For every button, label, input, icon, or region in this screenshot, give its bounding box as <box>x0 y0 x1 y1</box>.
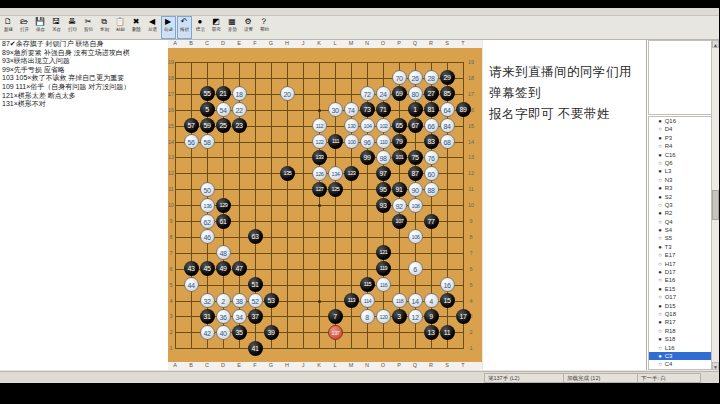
toolbar-button-设置[interactable]: ⚙ 设置 <box>241 16 256 39</box>
black-stone-41[interactable]: 41 <box>248 341 263 356</box>
tree-item-C3[interactable]: ● C3 <box>649 352 712 360</box>
white-stone-22[interactable]: 22 <box>232 102 247 117</box>
title-mini-icons[interactable]: ▣◻▤◈▥◧▦◨▧◩▨◪▩⊞⊟⊠▱▰◫⊡▭▯◱◰▶⚑✦ <box>0 8 351 16</box>
black-stone-43[interactable]: 43 <box>184 261 199 276</box>
move-number: 60 <box>425 167 438 182</box>
tree-item-P3[interactable]: ● P3 <box>649 134 712 142</box>
move-annotation: 131×棋形不对 <box>0 100 168 109</box>
move-number: 90 <box>409 183 422 198</box>
move-annotation: 93×联络出现立入问题 <box>0 57 168 66</box>
move-number: 54 <box>217 103 230 118</box>
tree-item-C4[interactable]: ○ C4 <box>649 360 712 368</box>
black-move-icon: ● <box>657 352 663 360</box>
black-stone-55[interactable]: 55 <box>200 86 215 101</box>
row-number-left: 8 <box>167 234 175 240</box>
white-stone-92[interactable]: 92 <box>392 198 407 213</box>
column-letter: A <box>170 362 180 368</box>
toolbar-button-剪切[interactable]: ✂ 剪切 <box>81 16 96 39</box>
tree-item-S18[interactable]: ● S18 <box>649 335 712 343</box>
move-annotation: 87✔余存旗子 封锁门户 联络自身 <box>0 40 168 49</box>
white-stone-106[interactable]: 106 <box>408 229 423 244</box>
broadcast-message-panel: 请来到直播间的同学们用弹幕签到 报名字即可 不要带姓 <box>483 40 646 370</box>
move-number: 65 <box>392 118 407 133</box>
move-number: 51 <box>248 277 263 292</box>
message-line-2: 报名字即可 不要带姓 <box>489 104 644 125</box>
tree-item-R18[interactable]: ○ R18 <box>649 327 712 335</box>
black-stone-45[interactable]: 45 <box>200 261 215 276</box>
move-number: 102 <box>377 120 389 134</box>
move-number: 32 <box>201 294 214 309</box>
toolbar-button-后退[interactable]: ◀ 后退 <box>145 16 160 39</box>
white-stone-56[interactable]: 56 <box>184 134 199 149</box>
column-letter: P <box>394 40 404 46</box>
toolbar-button-另存[interactable]: 🖫 另存 <box>49 16 64 39</box>
black-stone-93[interactable]: 93 <box>376 198 391 213</box>
white-stone-80[interactable]: 80 <box>408 86 423 101</box>
black-stone-21[interactable]: 21 <box>216 86 231 101</box>
black-stone-35[interactable]: 35 <box>232 325 247 340</box>
black-stone-29[interactable]: 29 <box>440 70 455 85</box>
white-stone-104[interactable]: 104 <box>360 118 375 133</box>
white-stone-62[interactable]: 62 <box>200 214 215 229</box>
column-letter: C <box>202 40 212 46</box>
toolbar-label: 另存 <box>50 27 62 32</box>
row-number-right: 2 <box>467 329 475 335</box>
move-annotation: 99×先手亏损 应省略 <box>0 66 168 75</box>
move-number: 17 <box>456 309 471 324</box>
black-stone-81[interactable]: 81 <box>424 102 439 117</box>
black-stone-97[interactable]: 97 <box>376 166 391 181</box>
black-stone-123[interactable]: 123 <box>344 166 359 181</box>
white-stone-130[interactable]: 130 <box>344 118 359 133</box>
column-letter: N <box>362 362 372 368</box>
black-stone-17[interactable]: 17 <box>456 309 471 324</box>
move-number: 135 <box>280 166 294 180</box>
row-number-left: 10 <box>167 202 175 208</box>
toolbar-label: 粘贴 <box>114 27 126 32</box>
toolbar-button-研究[interactable]: ◩ 研究 <box>209 16 224 39</box>
move-number: 13 <box>424 325 439 340</box>
white-stone-88[interactable]: 88 <box>424 182 439 197</box>
column-letter: C <box>202 362 212 368</box>
current-stone-137[interactable]: 137 <box>328 325 343 340</box>
white-stone-60[interactable]: 60 <box>424 166 439 181</box>
go-board[interactable]: ABCDEFGHJKLMNOPQRST 19191818171716161515… <box>168 40 482 370</box>
status-move: 第137手 (L2) <box>484 373 564 383</box>
tree-scrollbar[interactable]: ▲ ▼ <box>711 40 719 370</box>
black-stone-9[interactable]: 9 <box>424 309 439 324</box>
toolbar-button-新建[interactable]: 🗋 新建 <box>1 16 16 39</box>
column-letter: E <box>234 362 244 368</box>
row-number-left: 13 <box>167 154 175 160</box>
black-stone-37[interactable]: 37 <box>248 309 263 324</box>
toolbar-label: 帮助 <box>258 27 270 32</box>
move-tree-panel: ● Q16○ D4● P3○ R4● C16○ Q6● L3○ N3● R3● … <box>646 40 719 370</box>
black-stone-125[interactable]: 125 <box>328 182 343 197</box>
row-number-left: 7 <box>167 250 175 256</box>
move-number: 29 <box>440 70 455 85</box>
tree-item-R2[interactable]: ● R2 <box>649 209 712 217</box>
move-annotation: 103 105×救了不该救 弃掉自己更为重要 <box>0 74 168 83</box>
message-line-1: 请来到直播间的同学们用弹幕签到 <box>489 62 644 104</box>
star-point <box>318 300 321 303</box>
tree-item-D4[interactable]: ○ D4 <box>649 125 712 133</box>
white-stone-54[interactable]: 54 <box>216 102 231 117</box>
white-stone-126[interactable]: 126 <box>312 166 327 181</box>
white-stone-16[interactable]: 16 <box>440 277 455 292</box>
column-letter: G <box>266 362 276 368</box>
tree-item-N3[interactable]: ○ N3 <box>649 176 712 184</box>
black-stone-15[interactable]: 15 <box>440 293 455 308</box>
move-tree-list[interactable]: ● Q16○ D4● P3○ R4● C16○ Q6● L3○ N3● R3● … <box>648 116 713 370</box>
column-letter: H <box>282 40 292 46</box>
black-stone-73[interactable]: 73 <box>360 102 375 117</box>
white-stone-70[interactable]: 70 <box>392 70 407 85</box>
white-stone-120[interactable]: 120 <box>376 309 391 324</box>
toolbar-button-前进[interactable]: ▶ 前进 <box>161 16 176 39</box>
row-number-left: 2 <box>167 329 175 335</box>
black-stone-51[interactable]: 51 <box>248 277 263 292</box>
board-coords-bottom: ABCDEFGHJKLMNOPQRST <box>168 362 482 370</box>
tree-item-R3[interactable]: ● R3 <box>649 184 712 192</box>
row-number-right: 1 <box>467 345 475 351</box>
white-stone-36[interactable]: 36 <box>216 309 231 324</box>
white-stone-42[interactable]: 42 <box>200 325 215 340</box>
white-stone-112[interactable]: 112 <box>312 118 327 133</box>
move-number: 50 <box>201 183 214 198</box>
tree-item-S5[interactable]: ○ S5 <box>649 234 712 242</box>
white-stone-58[interactable]: 58 <box>200 134 215 149</box>
white-stone-108[interactable]: 108 <box>408 198 423 213</box>
row-number-left: 17 <box>167 91 175 97</box>
black-move-icon: ● <box>657 151 663 159</box>
white-stone-28[interactable]: 28 <box>424 70 439 85</box>
white-stone-34[interactable]: 34 <box>232 309 247 324</box>
black-stone-69[interactable]: 69 <box>392 86 407 101</box>
white-stone-30[interactable]: 30 <box>328 102 343 117</box>
move-number: 34 <box>233 310 246 325</box>
black-stone-31[interactable]: 31 <box>200 309 215 324</box>
black-stone-11[interactable]: 11 <box>440 325 455 340</box>
column-letter: P <box>394 362 404 368</box>
white-stone-8[interactable]: 8 <box>360 309 375 324</box>
toolbar-button-粘贴[interactable]: 📋 粘贴 <box>113 16 128 39</box>
white-stone-72[interactable]: 72 <box>360 86 375 101</box>
move-number: 21 <box>216 86 231 101</box>
column-letter: A <box>170 40 180 46</box>
toolbar-button-打印[interactable]: 🖶 打印 <box>65 16 80 39</box>
toolbar-label: 复制 <box>98 27 110 32</box>
black-stone-79[interactable]: 79 <box>392 134 407 149</box>
move-number: 59 <box>200 118 215 133</box>
tree-item-S2[interactable]: ● S2 <box>649 193 712 201</box>
move-number: 12 <box>409 310 422 325</box>
white-stone-136[interactable]: 136 <box>200 198 215 213</box>
black-stone-5[interactable]: 5 <box>200 102 215 117</box>
column-letter: S <box>442 362 452 368</box>
white-stone-14[interactable]: 14 <box>408 293 423 308</box>
black-stone-101[interactable]: 101 <box>392 150 407 165</box>
tree-item-L16[interactable]: ○ L16 <box>649 344 712 352</box>
white-stone-96[interactable]: 96 <box>360 134 375 149</box>
black-stone-129[interactable]: 129 <box>216 198 231 213</box>
black-stone-75[interactable]: 75 <box>408 150 423 165</box>
black-stone-133[interactable]: 133 <box>312 150 327 165</box>
black-stone-83[interactable]: 83 <box>424 134 439 149</box>
black-stone-3[interactable]: 3 <box>392 309 407 324</box>
tree-item-D17[interactable]: ● D17 <box>649 268 712 276</box>
toolbar-button-保存[interactable]: 💾 保存 <box>33 16 48 39</box>
white-stone-6[interactable]: 6 <box>408 261 423 276</box>
move-number: 69 <box>392 86 407 101</box>
tree-item-Q6[interactable]: ○ Q6 <box>649 159 712 167</box>
toolbar-label: 删除 <box>130 27 142 32</box>
black-stone-113[interactable]: 113 <box>344 293 359 308</box>
move-annotation: 121×棋形太差 断点太多 <box>0 92 168 101</box>
move-number: 121 <box>376 246 390 260</box>
toolbar: 🗋 新建🗁 打开💾 保存🖫 另存🖶 打印✂ 剪切⧉ 复制📋 粘贴✖ 删除◀ <box>0 16 719 40</box>
scroll-down-icon[interactable]: ▼ <box>712 362 719 370</box>
scrollbar-thumb[interactable] <box>712 190 719 220</box>
app-window: ▣◻▤◈▥◧▦◨▧◩▨◪▩⊞⊟⊠▱▰◫⊡▭▯◱◰▶⚑✦ 🗋 新建🗁 打开💾 保存… <box>0 8 719 373</box>
white-stone-68[interactable]: 68 <box>440 134 455 149</box>
tree-item-E17[interactable]: ○ E17 <box>649 251 712 259</box>
column-letter: O <box>378 362 388 368</box>
white-stone-84[interactable]: 84 <box>440 118 455 133</box>
move-number: 48 <box>217 246 230 261</box>
black-stone-27[interactable]: 27 <box>424 86 439 101</box>
tree-item-Q4[interactable]: ○ Q4 <box>649 218 712 226</box>
white-stone-40[interactable]: 40 <box>216 325 231 340</box>
toolbar-button-复制[interactable]: ⧉ 复制 <box>97 16 112 39</box>
toolbar-label: 形势 <box>226 27 238 32</box>
white-stone-52[interactable]: 52 <box>248 293 263 308</box>
white-stone-46[interactable]: 46 <box>200 229 215 244</box>
black-stone-121[interactable]: 121 <box>376 245 391 260</box>
toolbar-label: 研究 <box>210 27 222 32</box>
row-number-left: 6 <box>167 266 175 272</box>
toolbar-label: 打开 <box>18 27 30 32</box>
black-stone-7[interactable]: 7 <box>328 309 343 324</box>
white-stone-18[interactable]: 18 <box>232 86 247 101</box>
white-stone-102[interactable]: 102 <box>376 118 391 133</box>
move-annotation: 109 111×俗手（自身有问题 对方没问题） <box>0 83 168 92</box>
black-stone-95[interactable]: 95 <box>376 182 391 197</box>
tree-item-R4[interactable]: ○ R4 <box>649 142 712 150</box>
tree-item-H17[interactable]: ○ H17 <box>649 260 712 268</box>
move-number: 122 <box>313 136 325 150</box>
white-stone-50[interactable]: 50 <box>200 182 215 197</box>
row-number-left: 15 <box>167 123 175 129</box>
move-number: 129 <box>216 198 230 212</box>
black-stone-67[interactable]: 67 <box>408 118 423 133</box>
black-stone-63[interactable]: 63 <box>248 229 263 244</box>
move-number: 16 <box>441 278 454 293</box>
white-stone-110[interactable]: 110 <box>376 134 391 149</box>
black-stone-99[interactable]: 99 <box>360 150 375 165</box>
move-number: 67 <box>408 118 423 133</box>
black-stone-87[interactable]: 87 <box>408 166 423 181</box>
move-number: 134 <box>329 167 341 181</box>
row-number-left: 1 <box>167 345 175 351</box>
move-number: 1 <box>408 102 423 117</box>
white-move-icon: ○ <box>657 218 663 226</box>
column-letter: B <box>186 40 196 46</box>
tree-item-E15[interactable]: ● E15 <box>649 285 712 293</box>
move-number: 123 <box>344 166 358 180</box>
white-stone-2[interactable]: 2 <box>216 293 231 308</box>
white-stone-12[interactable]: 12 <box>408 309 423 324</box>
white-stone-44[interactable]: 44 <box>184 277 199 292</box>
move-number: 24 <box>377 87 390 102</box>
move-number: 35 <box>232 325 247 340</box>
toolbar-button-打开[interactable]: 🗁 打开 <box>17 16 32 39</box>
column-letter: N <box>362 40 372 46</box>
white-move-icon: ○ <box>657 125 663 133</box>
move-number: 72 <box>361 87 374 102</box>
move-number: 45 <box>200 261 215 276</box>
black-stone-39[interactable]: 39 <box>264 325 279 340</box>
white-stone-116[interactable]: 116 <box>376 277 391 292</box>
move-number: 106 <box>409 231 421 245</box>
move-number: 61 <box>216 214 231 229</box>
black-stone-127[interactable]: 127 <box>312 182 327 197</box>
white-stone-32[interactable]: 32 <box>200 293 215 308</box>
move-number: 85 <box>440 86 455 101</box>
row-number-left: 16 <box>167 107 175 113</box>
move-number: 22 <box>233 103 246 118</box>
black-stone-91[interactable]: 91 <box>392 182 407 197</box>
black-stone-59[interactable]: 59 <box>200 118 215 133</box>
white-stone-118[interactable]: 118 <box>392 293 407 308</box>
star-point <box>318 109 321 112</box>
toolbar-label: 设置 <box>242 27 254 32</box>
move-number: 37 <box>248 309 263 324</box>
move-number: 38 <box>233 294 246 309</box>
white-stone-4[interactable]: 4 <box>424 293 439 308</box>
white-stone-38[interactable]: 38 <box>232 293 247 308</box>
tree-item-R17[interactable]: ● R17 <box>649 318 712 326</box>
white-stone-48[interactable]: 48 <box>216 245 231 260</box>
white-stone-122[interactable]: 122 <box>312 134 327 149</box>
toolbar-label: 打印 <box>66 27 78 32</box>
white-stone-66[interactable]: 66 <box>424 118 439 133</box>
row-number-right: 7 <box>467 250 475 256</box>
annotation-panel[interactable]: 87✔余存旗子 封锁门户 联络自身89×急所要紧 补强自身 没有立场进攻白棋93… <box>0 40 169 370</box>
tree-item-Q16[interactable]: ● Q16 <box>649 117 712 125</box>
move-number: 101 <box>392 150 406 164</box>
white-move-icon: ○ <box>657 159 663 167</box>
move-number: 63 <box>248 229 263 244</box>
black-stone-85[interactable]: 85 <box>440 86 455 101</box>
tree-item-L3[interactable]: ● L3 <box>649 167 712 175</box>
white-stone-74[interactable]: 74 <box>344 102 359 117</box>
black-stone-61[interactable]: 61 <box>216 214 231 229</box>
black-stone-47[interactable]: 47 <box>232 261 247 276</box>
white-stone-90[interactable]: 90 <box>408 182 423 197</box>
tree-item-E16[interactable]: ○ E16 <box>649 276 712 284</box>
black-stone-23[interactable]: 23 <box>232 118 247 133</box>
tree-item-D15[interactable]: ● D15 <box>649 302 712 310</box>
scroll-up-icon[interactable]: ▲ <box>712 40 719 48</box>
white-stone-24[interactable]: 24 <box>376 86 391 101</box>
move-number: 27 <box>424 86 439 101</box>
move-number: 2 <box>217 294 230 309</box>
column-letter: T <box>458 362 468 368</box>
black-stone-115[interactable]: 115 <box>360 277 375 292</box>
tree-item-Q18[interactable]: ○ Q18 <box>649 310 712 318</box>
toolbar-button-悔棋[interactable]: ↶ 悔棋 <box>177 16 192 39</box>
tree-item-O17[interactable]: ○ O17 <box>649 293 712 301</box>
move-number: 6 <box>409 262 422 277</box>
move-number: 39 <box>264 325 279 340</box>
grid-line-h <box>175 285 464 286</box>
move-number: 110 <box>377 136 389 150</box>
black-stone-111[interactable]: 111 <box>328 134 343 149</box>
title-bar: ▣◻▤◈▥◧▦◨▧◩▨◪▩⊞⊟⊠▱▰◫⊡▭▯◱◰▶⚑✦ <box>0 8 719 16</box>
toolbar-button-帮助[interactable]: ？ 帮助 <box>257 16 272 39</box>
white-move-icon: ○ <box>657 276 663 284</box>
white-stone-114[interactable]: 114 <box>360 293 375 308</box>
white-stone-20[interactable]: 20 <box>280 86 295 101</box>
move-number: 43 <box>184 261 199 276</box>
white-stone-26[interactable]: 26 <box>408 70 423 85</box>
white-stone-100[interactable]: 100 <box>344 134 359 149</box>
white-stone-64[interactable]: 64 <box>440 102 455 117</box>
black-move-icon: ● <box>657 285 663 293</box>
toolbar-button-删除[interactable]: ✖ 删除 <box>129 16 144 39</box>
black-stone-89[interactable]: 89 <box>456 102 471 117</box>
move-number: 118 <box>393 295 405 309</box>
row-number-left: 4 <box>167 298 175 304</box>
black-stone-49[interactable]: 49 <box>216 261 231 276</box>
black-stone-71[interactable]: 71 <box>376 102 391 117</box>
move-number: 83 <box>424 134 439 149</box>
white-stone-134[interactable]: 134 <box>328 166 343 181</box>
tree-item-Q3[interactable]: ○ Q3 <box>649 201 712 209</box>
move-number: 95 <box>376 182 391 197</box>
black-stone-65[interactable]: 65 <box>392 118 407 133</box>
column-letter: R <box>426 362 436 368</box>
tree-item-C16[interactable]: ● C16 <box>649 151 712 159</box>
toolbar-button-形势[interactable]: ▦ 形势 <box>225 16 240 39</box>
white-stone-98[interactable]: 98 <box>376 150 391 165</box>
tree-item-S4[interactable]: ● S4 <box>649 226 712 234</box>
toolbar-label: 新建 <box>2 27 14 32</box>
black-stone-135[interactable]: 135 <box>280 166 295 181</box>
move-number: 28 <box>425 71 438 86</box>
move-number: 133 <box>312 150 326 164</box>
tree-item-T3[interactable]: ● T3 <box>649 243 712 251</box>
black-stone-57[interactable]: 57 <box>184 118 199 133</box>
black-stone-13[interactable]: 13 <box>424 325 439 340</box>
toolbar-button-提示[interactable]: ● 提示 <box>193 16 208 39</box>
move-number: 47 <box>232 261 247 276</box>
row-number-left: 14 <box>167 139 175 145</box>
black-stone-77[interactable]: 77 <box>424 214 439 229</box>
black-stone-1[interactable]: 1 <box>408 102 423 117</box>
black-stone-119[interactable]: 119 <box>376 261 391 276</box>
row-number-left: 9 <box>167 218 175 224</box>
black-stone-107[interactable]: 107 <box>392 214 407 229</box>
move-number: 66 <box>425 119 438 134</box>
white-stone-76[interactable]: 76 <box>424 150 439 165</box>
move-number: 107 <box>392 214 406 228</box>
black-stone-25[interactable]: 25 <box>216 118 231 133</box>
black-stone-53[interactable]: 53 <box>264 293 279 308</box>
board-grid[interactable]: 1919181817171616151514141313121211111010… <box>168 48 482 362</box>
column-letter: H <box>282 362 292 368</box>
